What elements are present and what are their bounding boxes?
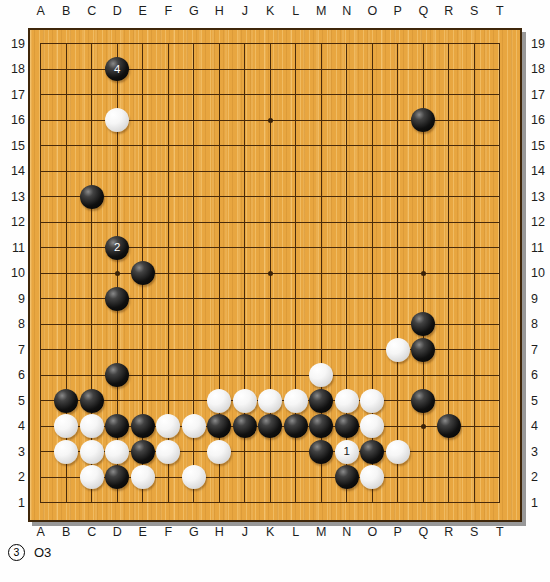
stone-white-F3[interactable] <box>156 440 180 464</box>
coordinate-label: 17 <box>527 87 550 103</box>
coordinate-label: 3 <box>0 444 25 460</box>
stone-black-O3[interactable] <box>360 440 384 464</box>
stone-black-Q5[interactable] <box>411 389 435 413</box>
coordinate-label: 12 <box>527 214 550 230</box>
coordinate-label: 15 <box>0 138 25 154</box>
coordinate-label: 1 <box>527 495 550 511</box>
stone-black-N2[interactable] <box>335 465 359 489</box>
stone-white-P3[interactable] <box>386 440 410 464</box>
stone-black-D11[interactable]: 2 <box>105 236 129 260</box>
stone-black-Q16[interactable] <box>411 108 435 132</box>
stone-black-M3[interactable] <box>309 440 333 464</box>
stone-black-D2[interactable] <box>105 465 129 489</box>
stone-white-C3[interactable] <box>80 440 104 464</box>
coordinate-label: N <box>335 3 359 19</box>
star-point-K16 <box>258 108 284 134</box>
caption-point-label: O3 <box>34 545 51 560</box>
stone-black-D6[interactable] <box>105 363 129 387</box>
coordinate-label: P <box>386 3 410 19</box>
stone-black-J4[interactable] <box>233 414 257 438</box>
coordinate-label: P <box>386 524 410 540</box>
stone-black-L4[interactable] <box>284 414 308 438</box>
coordinate-label: 12 <box>0 214 25 230</box>
stone-white-K5[interactable] <box>258 389 282 413</box>
coordinate-label: J <box>233 3 257 19</box>
coordinate-label: 2 <box>527 469 550 485</box>
star-point-K10 <box>258 261 284 287</box>
coordinate-label: 9 <box>527 291 550 307</box>
coordinate-label: Q <box>411 3 435 19</box>
coordinate-label: K <box>258 3 282 19</box>
stone-white-P7[interactable] <box>386 338 410 362</box>
star-point-D10 <box>105 261 131 287</box>
coordinate-label: M <box>309 524 333 540</box>
coordinate-label: 1 <box>0 495 25 511</box>
coordinate-label: 7 <box>527 342 550 358</box>
stone-white-B4[interactable] <box>54 414 78 438</box>
stone-black-E10[interactable] <box>131 261 155 285</box>
stone-black-B5[interactable] <box>54 389 78 413</box>
stone-white-C2[interactable] <box>80 465 104 489</box>
coordinate-label: 10 <box>0 265 25 281</box>
stone-white-H5[interactable] <box>207 389 231 413</box>
coordinate-label: 13 <box>527 189 550 205</box>
stone-white-N5[interactable] <box>335 389 359 413</box>
stone-black-Q8[interactable] <box>411 312 435 336</box>
stone-black-C13[interactable] <box>80 185 104 209</box>
coordinate-label: F <box>156 3 180 19</box>
coordinate-label: 19 <box>527 36 550 52</box>
move-caption: 3 O3 <box>8 543 51 561</box>
stone-white-B3[interactable] <box>54 440 78 464</box>
coordinate-label: A <box>29 524 53 540</box>
coordinate-label: 8 <box>527 316 550 332</box>
coordinate-label: 2 <box>0 469 25 485</box>
stone-white-O5[interactable] <box>360 389 384 413</box>
coordinate-label: B <box>54 3 78 19</box>
stone-white-G4[interactable] <box>182 414 206 438</box>
stone-white-G2[interactable] <box>182 465 206 489</box>
coordinate-label: G <box>182 3 206 19</box>
coordinate-label: 16 <box>527 112 550 128</box>
coordinate-label: 6 <box>0 367 25 383</box>
coordinate-label: O <box>360 524 384 540</box>
coordinate-label: E <box>131 3 155 19</box>
stone-white-H3[interactable] <box>207 440 231 464</box>
coordinate-label: 11 <box>527 240 550 256</box>
coordinate-label: C <box>80 524 104 540</box>
stone-black-D18[interactable]: 4 <box>105 57 129 81</box>
coordinate-label: L <box>284 3 308 19</box>
coordinate-label: 11 <box>0 240 25 256</box>
stone-black-D4[interactable] <box>105 414 129 438</box>
coordinate-label: Q <box>411 524 435 540</box>
coordinate-label: D <box>105 524 129 540</box>
coordinate-label: 18 <box>527 61 550 77</box>
coordinate-label: 14 <box>0 163 25 179</box>
stone-white-E2[interactable] <box>131 465 155 489</box>
stone-white-O2[interactable] <box>360 465 384 489</box>
stone-white-L5[interactable] <box>284 389 308 413</box>
coordinate-label: 10 <box>527 265 550 281</box>
coordinate-label: H <box>207 524 231 540</box>
coordinate-label: G <box>182 524 206 540</box>
stone-white-M6[interactable] <box>309 363 333 387</box>
coordinate-label: 14 <box>527 163 550 179</box>
coordinate-label: E <box>131 524 155 540</box>
coordinate-label: 16 <box>0 112 25 128</box>
coordinate-label: T <box>488 3 512 19</box>
coordinate-label: 6 <box>527 367 550 383</box>
coordinate-label: K <box>258 524 282 540</box>
coordinate-label: M <box>309 3 333 19</box>
stone-white-C4[interactable] <box>80 414 104 438</box>
stone-white-F4[interactable] <box>156 414 180 438</box>
stone-white-D16[interactable] <box>105 108 129 132</box>
coordinate-label: T <box>488 524 512 540</box>
coordinate-label: L <box>284 524 308 540</box>
stone-black-R4[interactable] <box>437 414 461 438</box>
board-intersections: 421 <box>28 31 513 516</box>
stone-black-E4[interactable] <box>131 414 155 438</box>
stone-white-J5[interactable] <box>233 389 257 413</box>
coordinate-label: 3 <box>527 444 550 460</box>
coordinate-label: 17 <box>0 87 25 103</box>
stone-white-N3[interactable]: 1 <box>335 440 359 464</box>
coordinate-label: 4 <box>527 418 550 434</box>
stone-black-C5[interactable] <box>80 389 104 413</box>
star-point-Q10 <box>411 261 437 287</box>
stone-black-H4[interactable] <box>207 414 231 438</box>
coordinate-label: 18 <box>0 61 25 77</box>
stone-black-N4[interactable] <box>335 414 359 438</box>
coordinate-label: N <box>335 524 359 540</box>
coordinate-label: 13 <box>0 189 25 205</box>
coordinate-label: C <box>80 3 104 19</box>
stone-black-M5[interactable] <box>309 389 333 413</box>
coordinate-label: S <box>462 3 486 19</box>
stone-black-M4[interactable] <box>309 414 333 438</box>
stone-black-K4[interactable] <box>258 414 282 438</box>
coordinate-label: 8 <box>0 316 25 332</box>
star-point-Q4 <box>411 414 437 440</box>
coordinate-label: 7 <box>0 342 25 358</box>
coordinate-label: D <box>105 3 129 19</box>
coordinate-label: R <box>437 3 461 19</box>
stone-black-D9[interactable] <box>105 287 129 311</box>
coordinate-label: J <box>233 524 257 540</box>
coordinate-label: 19 <box>0 36 25 52</box>
coordinate-label: B <box>54 524 78 540</box>
coordinate-label: 4 <box>0 418 25 434</box>
coordinate-label: A <box>29 3 53 19</box>
coordinate-label: O <box>360 3 384 19</box>
stone-black-E3[interactable] <box>131 440 155 464</box>
coordinate-label: 9 <box>0 291 25 307</box>
white-stone-move-icon: 3 <box>8 544 25 561</box>
go-board[interactable]: 421 <box>28 28 522 522</box>
stone-white-D3[interactable] <box>105 440 129 464</box>
coordinate-label: S <box>462 524 486 540</box>
stone-white-O4[interactable] <box>360 414 384 438</box>
go-diagram-page: ABCDEFGHJKLMNOPQRST ABCDEFGHJKLMNOPQRST … <box>0 0 550 582</box>
coordinate-label: 5 <box>0 393 25 409</box>
coordinate-label: R <box>437 524 461 540</box>
coordinate-label: F <box>156 524 180 540</box>
coordinate-label: H <box>207 3 231 19</box>
stone-black-Q7[interactable] <box>411 338 435 362</box>
coordinate-label: 5 <box>527 393 550 409</box>
coordinate-label: 15 <box>527 138 550 154</box>
